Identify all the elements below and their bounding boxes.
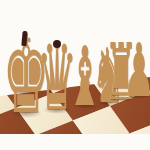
pieces-layer: ♚♛♝♞♜♟	[0, 0, 150, 150]
chess-piece-pawn: ♟	[115, 33, 150, 107]
chess-set-product-photo: ♚♛♝♞♜♟	[0, 0, 150, 150]
queen-finial-ball	[53, 40, 61, 48]
